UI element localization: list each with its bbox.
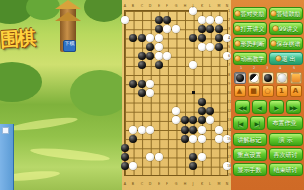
menu-button-2[interactable]: 答错鼓励 xyxy=(269,7,303,20)
black-stone xyxy=(138,34,146,42)
menu-button-label: 退 出 xyxy=(282,56,296,62)
black-stone xyxy=(181,126,189,134)
white-stone xyxy=(215,126,223,134)
black-stone-tool-selected[interactable] xyxy=(234,72,246,84)
action-button-3[interactable]: 重点设置 xyxy=(233,148,267,161)
shortcut-digit: 5 xyxy=(293,66,295,69)
white-stone xyxy=(198,43,206,51)
black-stone xyxy=(198,25,206,33)
white-stone xyxy=(155,34,163,42)
white-stone xyxy=(189,7,197,15)
shortcut-digit: 2 xyxy=(253,66,255,69)
black-stone xyxy=(181,135,189,143)
menu-button-3[interactable]: 打开讲义 xyxy=(233,22,267,35)
column-label: A xyxy=(122,4,126,7)
white-stone xyxy=(146,80,154,88)
black-stone xyxy=(138,89,146,97)
assign-homework-label: 布置作业 xyxy=(273,120,297,126)
column-label: D xyxy=(148,182,152,185)
nav-button-row: ◀◀◀▶▶▶ xyxy=(231,100,304,114)
column-label: J xyxy=(191,182,195,185)
menu-button-icon xyxy=(235,26,240,31)
erase-stone-icon xyxy=(292,74,300,82)
action-button-label: 显示手数 xyxy=(238,167,262,173)
white-stone xyxy=(198,135,206,143)
window-dot xyxy=(2,127,9,134)
menu-button-1[interactable]: 答对奖励 xyxy=(233,7,267,20)
black-stone xyxy=(121,144,129,152)
column-label: C xyxy=(140,4,144,7)
action-button-label: 讲解标记 xyxy=(238,137,262,143)
column-label: H xyxy=(182,182,186,185)
black-stone xyxy=(215,34,223,42)
white-stone xyxy=(198,16,206,24)
mark-tool-row: ▲■○1A xyxy=(231,85,304,97)
menu-button-label: 答错鼓励 xyxy=(277,11,301,17)
column-label: D xyxy=(148,4,152,7)
mark-tool-3[interactable]: ○ xyxy=(262,85,274,97)
menu-button-6[interactable]: 保存棋谱 xyxy=(269,37,303,50)
menu-button-label: 答对奖励 xyxy=(241,11,265,17)
menu-button-5[interactable]: 形势判断 xyxy=(233,37,267,50)
menu-button-label: 保存棋谱 xyxy=(277,41,301,47)
column-label: L xyxy=(208,182,212,185)
menu-button-icon xyxy=(271,41,276,46)
nav-end-button-1[interactable]: |◀ xyxy=(233,116,248,130)
menu-button-icon xyxy=(235,56,240,61)
white-stone xyxy=(155,43,163,51)
column-label: K xyxy=(200,182,204,185)
black-stone xyxy=(198,98,206,106)
menu-button-icon xyxy=(273,26,278,31)
black-stone-icon xyxy=(264,74,272,82)
menu-button-8[interactable]: 退 出 xyxy=(269,52,303,65)
black-stone-icon xyxy=(236,74,244,82)
nav-button-4[interactable]: ▶▶ xyxy=(286,100,301,114)
weiqi-logo-text: 围棋 xyxy=(0,25,35,53)
action-button-1[interactable]: 讲解标记 xyxy=(233,133,267,146)
background-window-fragment xyxy=(0,124,14,190)
action-button-label: 重点设置 xyxy=(238,152,262,158)
mark-tool-4[interactable]: 1 xyxy=(276,85,288,97)
bush-art xyxy=(0,62,42,102)
black-stone xyxy=(129,135,137,143)
white-stone xyxy=(155,153,163,161)
column-label: M xyxy=(217,182,221,185)
shortcut-digit: 3 xyxy=(266,66,268,69)
board-marker xyxy=(192,91,195,94)
tower-sign: 下棋 xyxy=(63,40,76,52)
cartoon-art-panel: 下棋 围棋 xyxy=(0,0,122,190)
black-stone xyxy=(138,80,146,88)
action-button-label: 演 示 xyxy=(279,137,293,143)
bush-art xyxy=(70,70,122,116)
black-stone xyxy=(155,25,163,33)
column-label: J xyxy=(191,4,195,7)
nav-button-1[interactable]: ◀◀ xyxy=(235,100,250,114)
mark-tool-5[interactable]: A xyxy=(290,85,302,97)
menu-button-icon xyxy=(276,56,281,61)
column-label: F xyxy=(165,4,169,7)
nav-button-3[interactable]: ▶ xyxy=(269,100,284,114)
black-stone xyxy=(155,16,163,24)
column-label: B xyxy=(131,4,135,7)
column-label: H xyxy=(182,4,186,7)
menu-button-label: 打开讲义 xyxy=(241,26,265,32)
column-label: B xyxy=(131,182,135,185)
action-button-label: 结束研讨 xyxy=(274,167,298,173)
white-stone-icon xyxy=(278,74,286,82)
black-stone xyxy=(129,80,137,88)
shortcut-digit: 4 xyxy=(279,66,281,69)
black-stone xyxy=(215,25,223,33)
action-button-label: 再次研讨 xyxy=(274,152,298,158)
nav-end-button-2[interactable]: ▶| xyxy=(250,116,265,130)
white-stone xyxy=(121,16,129,24)
alternate-stone-tool[interactable] xyxy=(248,72,260,84)
grass-art xyxy=(8,115,78,133)
stone-tool-row xyxy=(231,72,304,84)
column-label: A xyxy=(122,182,126,185)
column-label: E xyxy=(157,4,161,7)
action-button-6[interactable]: 结束研讨 xyxy=(269,163,303,176)
menu-button-icon xyxy=(271,11,276,16)
action-button-4[interactable]: 再次研讨 xyxy=(269,148,303,161)
column-label: G xyxy=(174,4,178,7)
column-label: C xyxy=(140,182,144,185)
white-stone xyxy=(189,135,197,143)
menu-button-label: 99讲义 xyxy=(279,26,299,32)
assign-homework-button[interactable]: 布置作业 xyxy=(267,116,303,130)
column-label: E xyxy=(157,182,161,185)
menu-button-icon xyxy=(235,41,240,46)
menu-button-label: 动画教学 xyxy=(241,56,265,62)
black-stone xyxy=(198,34,206,42)
go-board[interactable]: AABBCCDDEEFFGGHHJJKKLLMMNN12345678910111… xyxy=(122,0,231,190)
white-stone-tool[interactable] xyxy=(276,72,288,84)
mark-tool-1[interactable]: ▲ xyxy=(234,85,246,97)
white-stone xyxy=(215,135,223,143)
column-label: N xyxy=(225,4,229,7)
black-stone-tool[interactable] xyxy=(262,72,274,84)
action-button-5[interactable]: 显示手数 xyxy=(233,163,267,176)
tree-art xyxy=(84,0,122,22)
column-label: M xyxy=(217,4,221,7)
action-button-2[interactable]: 演 示 xyxy=(269,133,303,146)
white-stone xyxy=(129,126,137,134)
black-stone xyxy=(189,126,197,134)
black-stone xyxy=(121,153,129,161)
white-stone xyxy=(138,126,146,134)
menu-button-7[interactable]: 动画教学 xyxy=(233,52,267,65)
white-stone xyxy=(198,126,206,134)
white-stone xyxy=(198,153,206,161)
column-label: K xyxy=(200,4,204,7)
menu-button-icon xyxy=(235,11,240,16)
black-stone xyxy=(121,162,129,170)
column-label: G xyxy=(174,182,178,185)
pagoda-roof-art xyxy=(55,0,81,9)
alt-stone-icon xyxy=(250,74,258,82)
column-label: N xyxy=(225,182,229,185)
tool-shortcut-digits: 12345 xyxy=(231,65,304,71)
menu-button-grid: 答对奖励答错鼓励打开讲义99讲义形势判断保存棋谱动画教学退 出 xyxy=(231,7,304,65)
white-stone xyxy=(146,126,154,134)
nav-button-2[interactable]: ◀ xyxy=(252,100,267,114)
black-stone xyxy=(138,52,146,60)
white-stone xyxy=(172,25,180,33)
grass-art xyxy=(30,146,111,163)
nav-button-row-2: |◀▶|布置作业 xyxy=(231,116,304,130)
mark-tool-2[interactable]: ■ xyxy=(248,85,260,97)
white-stone xyxy=(206,16,214,24)
column-label: F xyxy=(165,182,169,185)
erase-tool[interactable] xyxy=(290,72,302,84)
white-stone xyxy=(215,16,223,24)
control-panel: 答对奖励答错鼓励打开讲义99讲义形势判断保存棋谱动画教学退 出 12345 ▲■… xyxy=(231,0,304,190)
shortcut-digit: 1 xyxy=(240,66,242,69)
column-label: L xyxy=(208,4,212,7)
menu-button-label: 形势判断 xyxy=(241,41,265,47)
pagoda-roof-art xyxy=(55,12,81,21)
menu-button-4[interactable]: 99讲义 xyxy=(269,22,303,35)
action-button-grid: 讲解标记演 示重点设置再次研讨显示手数结束研讨 xyxy=(231,133,304,176)
